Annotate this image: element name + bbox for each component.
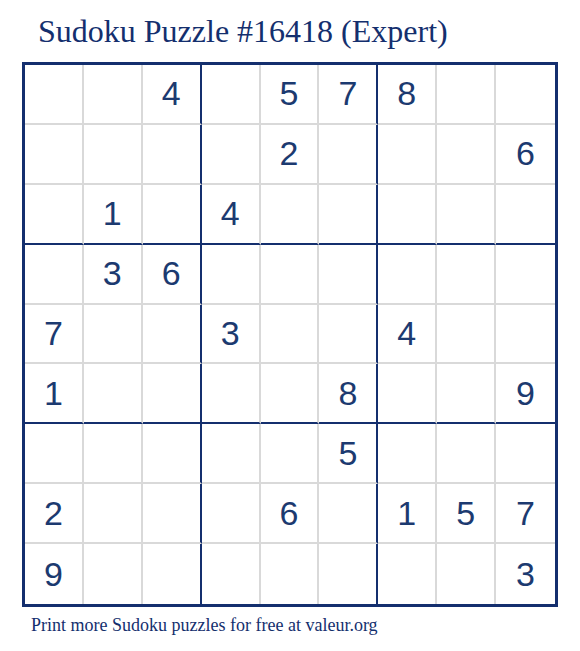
cell-r9c5 bbox=[261, 544, 320, 604]
cell-r5c4: 3 bbox=[202, 305, 261, 365]
cell-r7c8 bbox=[437, 424, 496, 484]
cell-r8c1: 2 bbox=[25, 484, 84, 544]
cell-r4c8 bbox=[437, 245, 496, 305]
cell-r1c5: 5 bbox=[261, 65, 320, 125]
cell-r7c3 bbox=[143, 424, 202, 484]
cell-r4c1 bbox=[25, 245, 84, 305]
cell-r3c7 bbox=[378, 185, 437, 245]
cell-r1c3: 4 bbox=[143, 65, 202, 125]
cell-r8c9: 7 bbox=[496, 484, 555, 544]
cell-r8c7: 1 bbox=[378, 484, 437, 544]
cell-r9c6 bbox=[319, 544, 378, 604]
cell-r1c1 bbox=[25, 65, 84, 125]
cell-r9c7 bbox=[378, 544, 437, 604]
cell-r6c2 bbox=[84, 364, 143, 424]
cell-r2c6 bbox=[319, 125, 378, 185]
cell-r4c6 bbox=[319, 245, 378, 305]
cell-r7c9 bbox=[496, 424, 555, 484]
cell-r3c4: 4 bbox=[202, 185, 261, 245]
cell-r1c8 bbox=[437, 65, 496, 125]
cell-r6c8 bbox=[437, 364, 496, 424]
cell-r2c4 bbox=[202, 125, 261, 185]
cell-r7c4 bbox=[202, 424, 261, 484]
cell-r1c4 bbox=[202, 65, 261, 125]
cell-r1c6: 7 bbox=[319, 65, 378, 125]
footer-link[interactable]: Print more Sudoku puzzles for free at va… bbox=[31, 615, 378, 636]
cell-r9c9: 3 bbox=[496, 544, 555, 604]
cell-r7c1 bbox=[25, 424, 84, 484]
cell-r1c7: 8 bbox=[378, 65, 437, 125]
cell-r4c5 bbox=[261, 245, 320, 305]
cell-r8c6 bbox=[319, 484, 378, 544]
cell-r6c7 bbox=[378, 364, 437, 424]
cell-r1c9 bbox=[496, 65, 555, 125]
cell-r2c2 bbox=[84, 125, 143, 185]
cell-r3c2: 1 bbox=[84, 185, 143, 245]
cell-r3c8 bbox=[437, 185, 496, 245]
sudoku-board: 457826143673418952615793 bbox=[22, 62, 558, 607]
cell-r4c7 bbox=[378, 245, 437, 305]
cell-r8c8: 5 bbox=[437, 484, 496, 544]
cell-r5c5 bbox=[261, 305, 320, 365]
cell-r2c3 bbox=[143, 125, 202, 185]
cell-r2c9: 6 bbox=[496, 125, 555, 185]
cell-r3c9 bbox=[496, 185, 555, 245]
cell-r5c3 bbox=[143, 305, 202, 365]
cell-r9c8 bbox=[437, 544, 496, 604]
cell-r9c2 bbox=[84, 544, 143, 604]
cell-r2c7 bbox=[378, 125, 437, 185]
puzzle-title: Sudoku Puzzle #16418 (Expert) bbox=[38, 13, 448, 50]
cell-r6c6: 8 bbox=[319, 364, 378, 424]
cell-r1c2 bbox=[84, 65, 143, 125]
cell-r3c6 bbox=[319, 185, 378, 245]
cell-r6c1: 1 bbox=[25, 364, 84, 424]
cell-r4c4 bbox=[202, 245, 261, 305]
cell-r9c3 bbox=[143, 544, 202, 604]
cell-r5c8 bbox=[437, 305, 496, 365]
cell-r5c6 bbox=[319, 305, 378, 365]
cell-r9c1: 9 bbox=[25, 544, 84, 604]
cell-r2c8 bbox=[437, 125, 496, 185]
cell-r7c7 bbox=[378, 424, 437, 484]
cell-r4c3: 6 bbox=[143, 245, 202, 305]
cell-r6c4 bbox=[202, 364, 261, 424]
cell-r2c1 bbox=[25, 125, 84, 185]
cell-r7c5 bbox=[261, 424, 320, 484]
cell-r7c2 bbox=[84, 424, 143, 484]
cell-r6c5 bbox=[261, 364, 320, 424]
cell-r3c5 bbox=[261, 185, 320, 245]
cell-r3c3 bbox=[143, 185, 202, 245]
cell-r4c9 bbox=[496, 245, 555, 305]
cell-r8c5: 6 bbox=[261, 484, 320, 544]
cell-r9c4 bbox=[202, 544, 261, 604]
cell-r5c1: 7 bbox=[25, 305, 84, 365]
cell-r8c2 bbox=[84, 484, 143, 544]
cell-r6c9: 9 bbox=[496, 364, 555, 424]
cell-r6c3 bbox=[143, 364, 202, 424]
cell-r5c7: 4 bbox=[378, 305, 437, 365]
cell-r5c9 bbox=[496, 305, 555, 365]
cell-r5c2 bbox=[84, 305, 143, 365]
cell-r2c5: 2 bbox=[261, 125, 320, 185]
cell-r8c3 bbox=[143, 484, 202, 544]
cell-r7c6: 5 bbox=[319, 424, 378, 484]
cell-r3c1 bbox=[25, 185, 84, 245]
cell-r4c2: 3 bbox=[84, 245, 143, 305]
cell-r8c4 bbox=[202, 484, 261, 544]
